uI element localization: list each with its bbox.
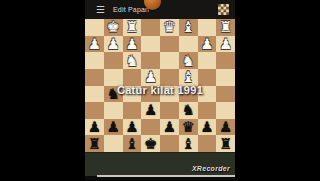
square[interactable]: ♟ (198, 119, 217, 136)
square[interactable] (85, 102, 104, 119)
page-title: Edit Papan (113, 6, 149, 13)
square[interactable]: ♞ (179, 52, 198, 69)
white-pawn[interactable]: ♟ (88, 37, 101, 51)
square[interactable] (160, 102, 179, 119)
white-rook[interactable]: ♜ (125, 20, 138, 34)
video-caption: Catur kilat 1991 (85, 84, 235, 96)
square[interactable] (179, 36, 198, 53)
square[interactable]: ♟ (216, 119, 235, 136)
square[interactable] (123, 69, 142, 86)
square[interactable] (141, 119, 160, 136)
black-bishop[interactable]: ♝ (182, 137, 195, 151)
square[interactable] (160, 52, 179, 69)
square[interactable]: ♟ (141, 102, 160, 119)
black-queen[interactable]: ♛ (182, 120, 195, 134)
square[interactable]: ♝ (179, 19, 198, 36)
white-knight[interactable]: ♞ (182, 54, 195, 68)
square[interactable]: ♚ (141, 135, 160, 152)
square[interactable]: ♞ (179, 102, 198, 119)
white-bishop[interactable]: ♝ (182, 70, 195, 84)
black-pawn[interactable]: ♟ (107, 120, 120, 134)
square[interactable]: ♟ (123, 36, 142, 53)
square[interactable]: ♛ (179, 119, 198, 136)
video-frame: ☰ Edit Papan ♚♜♛♝♜♟♟♟♟♟♞♞♟♝♞♟♞♟♟♟♟♛♟♟♜♝♚… (0, 0, 320, 180)
white-pawn[interactable]: ♟ (144, 70, 157, 84)
square[interactable] (198, 135, 217, 152)
white-pawn[interactable]: ♟ (219, 37, 232, 51)
black-rook[interactable]: ♜ (88, 137, 101, 151)
hamburger-menu-icon[interactable]: ☰ (96, 5, 105, 15)
letterbox-left (0, 0, 85, 180)
square[interactable]: ♞ (123, 52, 142, 69)
white-queen[interactable]: ♛ (163, 20, 176, 34)
square[interactable] (141, 52, 160, 69)
square[interactable]: ♟ (160, 119, 179, 136)
black-pawn[interactable]: ♟ (219, 120, 232, 134)
square[interactable] (198, 69, 217, 86)
square[interactable]: ♟ (141, 69, 160, 86)
square[interactable] (160, 135, 179, 152)
letterbox-right (235, 0, 320, 180)
black-pawn[interactable]: ♟ (163, 120, 176, 134)
square[interactable]: ♜ (216, 135, 235, 152)
square[interactable]: ♟ (85, 119, 104, 136)
square[interactable] (160, 36, 179, 53)
black-king[interactable]: ♚ (144, 137, 157, 151)
phone-screen: ☰ Edit Papan ♚♜♛♝♜♟♟♟♟♟♞♞♟♝♞♟♞♟♟♟♟♛♟♟♜♝♚… (85, 0, 235, 180)
white-knight[interactable]: ♞ (125, 54, 138, 68)
square[interactable] (198, 52, 217, 69)
square[interactable]: ♚ (104, 19, 123, 36)
white-rook[interactable]: ♜ (219, 20, 232, 34)
square[interactable]: ♝ (123, 135, 142, 152)
square[interactable]: ♜ (123, 19, 142, 36)
checkerboard-icon[interactable] (218, 4, 229, 15)
black-bishop[interactable]: ♝ (125, 137, 138, 151)
white-king[interactable]: ♚ (107, 20, 120, 34)
square[interactable] (104, 135, 123, 152)
xrecorder-watermark: XRecorder (192, 165, 230, 172)
square[interactable] (216, 69, 235, 86)
white-pawn[interactable]: ♟ (125, 37, 138, 51)
bottom-dark-strip (85, 177, 235, 181)
square[interactable] (85, 52, 104, 69)
square[interactable]: ♜ (85, 135, 104, 152)
black-rook[interactable]: ♜ (219, 137, 232, 151)
square[interactable] (104, 52, 123, 69)
white-pawn[interactable]: ♟ (107, 37, 120, 51)
square[interactable]: ♟ (104, 36, 123, 53)
square[interactable] (198, 19, 217, 36)
square[interactable] (104, 69, 123, 86)
white-pawn[interactable]: ♟ (200, 37, 213, 51)
square[interactable]: ♜ (216, 19, 235, 36)
square[interactable] (85, 19, 104, 36)
square[interactable] (216, 52, 235, 69)
square[interactable]: ♟ (123, 119, 142, 136)
square[interactable]: ♟ (198, 36, 217, 53)
square[interactable] (198, 102, 217, 119)
square[interactable] (85, 69, 104, 86)
square[interactable]: ♛ (160, 19, 179, 36)
square[interactable]: ♟ (216, 36, 235, 53)
black-pawn[interactable]: ♟ (144, 103, 157, 117)
square[interactable] (141, 36, 160, 53)
square[interactable]: ♝ (179, 69, 198, 86)
bottom-tray-edge (97, 175, 235, 177)
square[interactable]: ♟ (104, 119, 123, 136)
black-pawn[interactable]: ♟ (125, 120, 138, 134)
square[interactable] (160, 69, 179, 86)
white-bishop[interactable]: ♝ (182, 20, 195, 34)
square[interactable] (216, 102, 235, 119)
square[interactable] (104, 102, 123, 119)
square[interactable] (123, 102, 142, 119)
black-pawn[interactable]: ♟ (200, 120, 213, 134)
square[interactable]: ♟ (85, 36, 104, 53)
bottom-panel: XRecorder (85, 152, 235, 176)
square[interactable] (141, 19, 160, 36)
black-pawn[interactable]: ♟ (88, 120, 101, 134)
square[interactable]: ♝ (179, 135, 198, 152)
black-knight[interactable]: ♞ (182, 103, 195, 117)
